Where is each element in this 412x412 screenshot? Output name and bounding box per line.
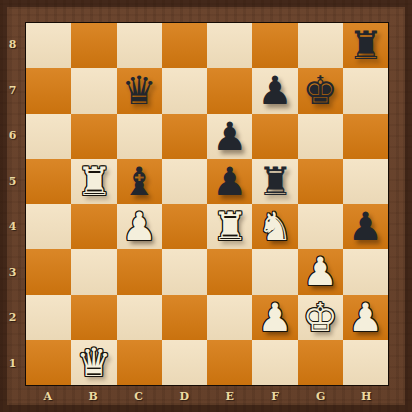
file-label-d: D <box>162 387 208 406</box>
square-h4[interactable]: ♟ <box>343 204 388 249</box>
square-e7[interactable] <box>207 68 252 113</box>
file-label-c: C <box>116 387 162 406</box>
piece-white-rook-b5[interactable]: ♜ <box>71 159 116 204</box>
square-c4[interactable]: ♟ <box>117 204 162 249</box>
square-h1[interactable] <box>343 340 388 385</box>
piece-black-pawn-e5[interactable]: ♟ <box>207 159 252 204</box>
rank-labels: 87654321 <box>0 22 25 386</box>
square-a1[interactable] <box>26 340 71 385</box>
square-a8[interactable] <box>26 23 71 68</box>
square-b3[interactable] <box>71 249 116 294</box>
piece-black-rook-h8[interactable]: ♜ <box>343 23 388 68</box>
square-e5[interactable]: ♟ <box>207 159 252 204</box>
rank-label-4: 4 <box>0 204 25 250</box>
square-d8[interactable] <box>162 23 207 68</box>
square-g4[interactable] <box>298 204 343 249</box>
square-e6[interactable]: ♟ <box>207 114 252 159</box>
square-c6[interactable] <box>117 114 162 159</box>
square-h6[interactable] <box>343 114 388 159</box>
file-label-a: A <box>25 387 71 406</box>
piece-white-rook-e4[interactable]: ♜ <box>207 204 252 249</box>
rank-label-6: 6 <box>0 113 25 159</box>
square-f2[interactable]: ♟ <box>252 295 297 340</box>
file-labels: ABCDEFGH <box>25 387 389 406</box>
piece-black-pawn-e6[interactable]: ♟ <box>207 114 252 159</box>
file-label-g: G <box>298 387 344 406</box>
piece-white-pawn-g3[interactable]: ♟ <box>298 249 343 294</box>
square-e3[interactable] <box>207 249 252 294</box>
rank-label-2: 2 <box>0 295 25 341</box>
square-h5[interactable] <box>343 159 388 204</box>
piece-white-knight-f4[interactable]: ♞ <box>252 204 297 249</box>
file-label-h: H <box>344 387 390 406</box>
square-b5[interactable]: ♜ <box>71 159 116 204</box>
square-a7[interactable] <box>26 68 71 113</box>
square-f1[interactable] <box>252 340 297 385</box>
square-g3[interactable]: ♟ <box>298 249 343 294</box>
square-d3[interactable] <box>162 249 207 294</box>
square-g1[interactable] <box>298 340 343 385</box>
square-a4[interactable] <box>26 204 71 249</box>
piece-black-king-g7[interactable]: ♚ <box>298 68 343 113</box>
square-f5[interactable]: ♜ <box>252 159 297 204</box>
rank-label-5: 5 <box>0 159 25 205</box>
chess-board-frame: 87654321 ABCDEFGH ♜♛♟♚♟♜♝♟♜♟♜♞♟♟♟♚♟♛ <box>0 0 412 412</box>
square-h3[interactable] <box>343 249 388 294</box>
square-d7[interactable] <box>162 68 207 113</box>
square-b6[interactable] <box>71 114 116 159</box>
square-f3[interactable] <box>252 249 297 294</box>
square-h8[interactable]: ♜ <box>343 23 388 68</box>
square-a5[interactable] <box>26 159 71 204</box>
square-b7[interactable] <box>71 68 116 113</box>
piece-white-queen-b1[interactable]: ♛ <box>71 340 116 385</box>
piece-white-pawn-f2[interactable]: ♟ <box>252 295 297 340</box>
square-g2[interactable]: ♚ <box>298 295 343 340</box>
square-b8[interactable] <box>71 23 116 68</box>
square-g7[interactable]: ♚ <box>298 68 343 113</box>
square-f7[interactable]: ♟ <box>252 68 297 113</box>
file-label-f: F <box>253 387 299 406</box>
square-g5[interactable] <box>298 159 343 204</box>
square-d5[interactable] <box>162 159 207 204</box>
square-a3[interactable] <box>26 249 71 294</box>
square-f8[interactable] <box>252 23 297 68</box>
rank-label-7: 7 <box>0 68 25 114</box>
square-f6[interactable] <box>252 114 297 159</box>
file-label-b: B <box>71 387 117 406</box>
square-c5[interactable]: ♝ <box>117 159 162 204</box>
piece-white-pawn-c4[interactable]: ♟ <box>117 204 162 249</box>
square-h2[interactable]: ♟ <box>343 295 388 340</box>
square-d6[interactable] <box>162 114 207 159</box>
square-g6[interactable] <box>298 114 343 159</box>
square-e1[interactable] <box>207 340 252 385</box>
square-h7[interactable] <box>343 68 388 113</box>
piece-black-pawn-h4[interactable]: ♟ <box>343 204 388 249</box>
square-d4[interactable] <box>162 204 207 249</box>
square-b4[interactable] <box>71 204 116 249</box>
piece-black-bishop-c5[interactable]: ♝ <box>117 159 162 204</box>
square-b1[interactable]: ♛ <box>71 340 116 385</box>
rank-label-1: 1 <box>0 341 25 387</box>
chess-board: ♜♛♟♚♟♜♝♟♜♟♜♞♟♟♟♚♟♛ <box>25 22 389 386</box>
piece-black-queen-c7[interactable]: ♛ <box>117 68 162 113</box>
rank-label-3: 3 <box>0 250 25 296</box>
square-e4[interactable]: ♜ <box>207 204 252 249</box>
square-c8[interactable] <box>117 23 162 68</box>
piece-white-pawn-h2[interactable]: ♟ <box>343 295 388 340</box>
square-c2[interactable] <box>117 295 162 340</box>
square-c7[interactable]: ♛ <box>117 68 162 113</box>
square-g8[interactable] <box>298 23 343 68</box>
piece-white-king-g2[interactable]: ♚ <box>298 295 343 340</box>
piece-black-pawn-f7[interactable]: ♟ <box>252 68 297 113</box>
square-a6[interactable] <box>26 114 71 159</box>
square-e2[interactable] <box>207 295 252 340</box>
square-b2[interactable] <box>71 295 116 340</box>
file-label-e: E <box>207 387 253 406</box>
square-c1[interactable] <box>117 340 162 385</box>
piece-black-rook-f5[interactable]: ♜ <box>252 159 297 204</box>
square-a2[interactable] <box>26 295 71 340</box>
rank-label-8: 8 <box>0 22 25 68</box>
square-e8[interactable] <box>207 23 252 68</box>
square-f4[interactable]: ♞ <box>252 204 297 249</box>
square-d2[interactable] <box>162 295 207 340</box>
square-c3[interactable] <box>117 249 162 294</box>
square-d1[interactable] <box>162 340 207 385</box>
